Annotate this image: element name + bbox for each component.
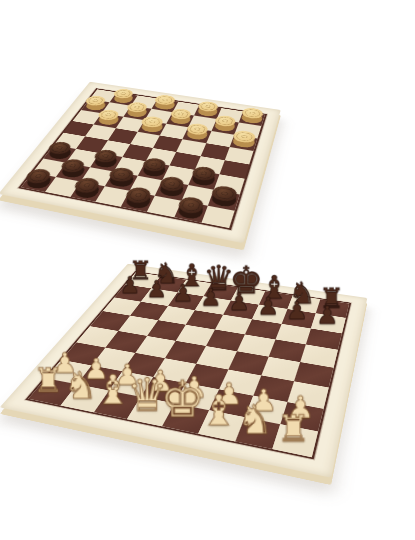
piece-black-pawn[interactable]: ♟ <box>200 285 221 309</box>
piece-black-pawn[interactable]: ♟ <box>173 281 194 305</box>
chess-grid: ♜♞♝♛♚♝♞♜♟♟♟♟♟♟♟♟♟♟♟♟♟♟♟♟♜♞♝♛♚♝♞♜ <box>25 271 351 459</box>
chess-square-h5[interactable] <box>300 345 337 368</box>
piece-white-king[interactable]: ♚ <box>160 375 204 425</box>
piece-black-pawn[interactable]: ♟ <box>146 277 167 300</box>
chess-square-a4[interactable] <box>76 326 118 347</box>
piece-black-pawn[interactable]: ♟ <box>286 298 308 323</box>
chess-square-h4[interactable] <box>294 362 333 387</box>
checkers-square-r8c8[interactable] <box>201 205 234 228</box>
piece-black-pawn[interactable]: ♟ <box>257 294 279 318</box>
checker-light[interactable] <box>241 107 264 120</box>
piece-white-rook[interactable]: ♜ <box>277 410 310 447</box>
piece-white-knight[interactable]: ♞ <box>64 367 98 404</box>
checker-dark[interactable] <box>91 148 119 164</box>
checker-light[interactable] <box>196 100 220 112</box>
chess-square-e7[interactable]: ♟ <box>223 300 258 319</box>
piece-black-pawn[interactable]: ♟ <box>228 289 250 313</box>
chess-square-d5[interactable] <box>176 325 215 346</box>
checkers-grid <box>18 88 267 230</box>
checker-light[interactable] <box>153 94 177 106</box>
checkers-board: Checkers board — starting position, 12 l… <box>0 82 281 244</box>
checker-light[interactable] <box>232 130 257 144</box>
chess-square-f4[interactable] <box>228 351 268 375</box>
product-photo-scene: Checkers board — starting position, 12 l… <box>0 0 415 540</box>
chess-square-e5[interactable] <box>206 330 245 352</box>
checkers-square-r3c6[interactable] <box>183 127 212 143</box>
piece-white-rook[interactable]: ♜ <box>33 364 63 398</box>
piece-white-bishop[interactable]: ♝ <box>200 390 238 432</box>
piece-white-knight[interactable]: ♞ <box>238 400 274 440</box>
chess-board: Chess board — standard starting position… <box>0 264 367 478</box>
checker-light[interactable] <box>111 88 135 100</box>
piece-black-pawn[interactable]: ♟ <box>316 302 338 327</box>
piece-black-pawn[interactable]: ♟ <box>120 273 141 296</box>
